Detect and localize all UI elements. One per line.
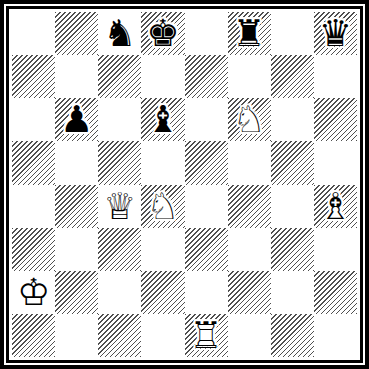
piece-white-queen-c4: ♛♕ <box>98 185 141 228</box>
square-c8[interactable]: ♞♞ <box>98 12 141 55</box>
white-knight-glyph: ♘ <box>141 185 184 228</box>
piece-black-queen-h8: ♛♛ <box>314 12 357 55</box>
square-c2[interactable] <box>98 271 141 314</box>
square-c7[interactable] <box>98 55 141 98</box>
square-e2[interactable] <box>185 271 228 314</box>
white-knight-glyph: ♘ <box>228 98 271 141</box>
square-b8[interactable] <box>55 12 98 55</box>
square-f3[interactable] <box>228 228 271 271</box>
square-g2[interactable] <box>271 271 314 314</box>
square-g5[interactable] <box>271 141 314 184</box>
square-e8[interactable] <box>185 12 228 55</box>
piece-white-rook-e1: ♜♖ <box>185 314 228 357</box>
square-g4[interactable] <box>271 185 314 228</box>
square-h5[interactable] <box>314 141 357 184</box>
square-e5[interactable] <box>185 141 228 184</box>
square-a3[interactable] <box>12 228 55 271</box>
square-f7[interactable] <box>228 55 271 98</box>
square-g3[interactable] <box>271 228 314 271</box>
square-b2[interactable] <box>55 271 98 314</box>
square-h2[interactable] <box>314 271 357 314</box>
piece-white-knight-d4: ♞♘ <box>141 185 184 228</box>
square-d1[interactable] <box>141 314 184 357</box>
square-h7[interactable] <box>314 55 357 98</box>
black-queen-glyph: ♛ <box>314 12 357 55</box>
black-knight-glyph: ♞ <box>98 12 141 55</box>
square-c3[interactable] <box>98 228 141 271</box>
square-a6[interactable] <box>12 98 55 141</box>
square-c1[interactable] <box>98 314 141 357</box>
diagram-frame: ♞♞♚♚♜♜♛♛♟♟♝♝♞♘♛♕♞♘♝♗♚♔♜♖ <box>0 0 369 369</box>
square-f5[interactable] <box>228 141 271 184</box>
square-f6[interactable]: ♞♘ <box>228 98 271 141</box>
square-f4[interactable] <box>228 185 271 228</box>
square-h8[interactable]: ♛♛ <box>314 12 357 55</box>
square-b7[interactable] <box>55 55 98 98</box>
square-d2[interactable] <box>141 271 184 314</box>
square-f1[interactable] <box>228 314 271 357</box>
square-b3[interactable] <box>55 228 98 271</box>
square-h4[interactable]: ♝♗ <box>314 185 357 228</box>
square-d5[interactable] <box>141 141 184 184</box>
black-bishop-glyph: ♝ <box>141 98 184 141</box>
piece-white-knight-f6: ♞♘ <box>228 98 271 141</box>
square-c4[interactable]: ♛♕ <box>98 185 141 228</box>
black-rook-glyph: ♜ <box>228 12 271 55</box>
piece-black-knight-c8: ♞♞ <box>98 12 141 55</box>
piece-black-king-d8: ♚♚ <box>141 12 184 55</box>
square-c6[interactable] <box>98 98 141 141</box>
square-e6[interactable] <box>185 98 228 141</box>
square-d8[interactable]: ♚♚ <box>141 12 184 55</box>
square-b5[interactable] <box>55 141 98 184</box>
piece-white-king-a2: ♚♔ <box>12 271 55 314</box>
square-h3[interactable] <box>314 228 357 271</box>
black-pawn-glyph: ♟ <box>55 98 98 141</box>
square-h1[interactable] <box>314 314 357 357</box>
square-d6[interactable]: ♝♝ <box>141 98 184 141</box>
square-g6[interactable] <box>271 98 314 141</box>
black-king-glyph: ♚ <box>141 12 184 55</box>
square-f8[interactable]: ♜♜ <box>228 12 271 55</box>
square-h6[interactable] <box>314 98 357 141</box>
square-d3[interactable] <box>141 228 184 271</box>
piece-white-bishop-h4: ♝♗ <box>314 185 357 228</box>
square-b1[interactable] <box>55 314 98 357</box>
square-d4[interactable]: ♞♘ <box>141 185 184 228</box>
square-g8[interactable] <box>271 12 314 55</box>
square-a7[interactable] <box>12 55 55 98</box>
square-d7[interactable] <box>141 55 184 98</box>
piece-black-bishop-d6: ♝♝ <box>141 98 184 141</box>
square-b4[interactable] <box>55 185 98 228</box>
square-b6[interactable]: ♟♟ <box>55 98 98 141</box>
square-a5[interactable] <box>12 141 55 184</box>
square-e7[interactable] <box>185 55 228 98</box>
white-rook-glyph: ♖ <box>185 314 228 357</box>
square-g7[interactable] <box>271 55 314 98</box>
piece-black-rook-f8: ♜♜ <box>228 12 271 55</box>
square-e4[interactable] <box>185 185 228 228</box>
white-bishop-glyph: ♗ <box>314 185 357 228</box>
square-a2[interactable]: ♚♔ <box>12 271 55 314</box>
piece-black-pawn-b6: ♟♟ <box>55 98 98 141</box>
square-g1[interactable] <box>271 314 314 357</box>
square-f2[interactable] <box>228 271 271 314</box>
white-queen-glyph: ♕ <box>98 185 141 228</box>
square-a1[interactable] <box>12 314 55 357</box>
board-border: ♞♞♚♚♜♜♛♛♟♟♝♝♞♘♛♕♞♘♝♗♚♔♜♖ <box>6 6 363 363</box>
square-a8[interactable] <box>12 12 55 55</box>
square-c5[interactable] <box>98 141 141 184</box>
square-e1[interactable]: ♜♖ <box>185 314 228 357</box>
white-king-glyph: ♔ <box>12 271 55 314</box>
chess-board: ♞♞♚♚♜♜♛♛♟♟♝♝♞♘♛♕♞♘♝♗♚♔♜♖ <box>12 12 357 357</box>
square-e3[interactable] <box>185 228 228 271</box>
square-a4[interactable] <box>12 185 55 228</box>
